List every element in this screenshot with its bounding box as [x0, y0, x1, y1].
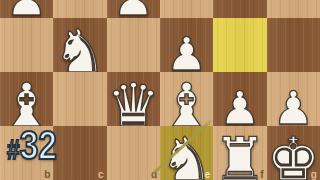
- square-f1[interactable]: ♜f: [213, 126, 266, 180]
- wood-grain-texture: [53, 0, 106, 18]
- square-b2[interactable]: ♝: [0, 72, 53, 126]
- square-c1[interactable]: c: [53, 126, 106, 180]
- file-label-f: f: [260, 169, 263, 180]
- white-rook[interactable]: ♜: [213, 129, 266, 180]
- square-d2[interactable]: ♛: [107, 72, 160, 126]
- square-e3[interactable]: ♟: [160, 18, 213, 72]
- wood-grain-texture: [213, 18, 266, 72]
- square-c2[interactable]: [53, 72, 106, 126]
- white-pawn[interactable]: ♟: [273, 85, 314, 126]
- wood-grain-texture: [267, 18, 320, 72]
- square-g4[interactable]: [267, 0, 320, 18]
- chess-thumbnail: ♟♟♞♟♝♛♝♟♟bcd♞e♜f♚g #32: [0, 0, 320, 180]
- square-c3[interactable]: ♞: [53, 18, 106, 72]
- white-pawn[interactable]: ♟: [219, 85, 260, 126]
- white-knight[interactable]: ♞: [53, 21, 106, 72]
- white-pawn-partial[interactable]: ♟: [6, 0, 47, 18]
- square-g1[interactable]: ♚g: [267, 126, 320, 180]
- square-g3[interactable]: [267, 18, 320, 72]
- wood-grain-texture: [53, 72, 106, 126]
- wood-grain-texture: [0, 18, 53, 72]
- white-bishop[interactable]: ♝: [0, 75, 53, 126]
- square-e4[interactable]: [160, 0, 213, 18]
- square-e1[interactable]: ♞e: [160, 126, 213, 180]
- square-f2[interactable]: ♟: [213, 72, 266, 126]
- white-queen[interactable]: ♛: [107, 75, 160, 126]
- puzzle-number-overlay: #32: [7, 123, 57, 168]
- square-b3[interactable]: [0, 18, 53, 72]
- file-label-e: e: [205, 169, 211, 180]
- white-pawn-partial[interactable]: ♟: [113, 0, 154, 18]
- wood-grain-texture: [107, 18, 160, 72]
- square-c4[interactable]: [53, 0, 106, 18]
- wood-grain-texture: [267, 0, 320, 18]
- wood-grain-texture: [160, 0, 213, 18]
- square-f4[interactable]: [213, 0, 266, 18]
- white-bishop[interactable]: ♝: [160, 75, 213, 126]
- square-f3[interactable]: [213, 18, 266, 72]
- square-d4[interactable]: ♟: [107, 0, 160, 18]
- wood-grain-texture: [213, 0, 266, 18]
- file-label-b: b: [44, 169, 50, 180]
- square-e2[interactable]: ♝: [160, 72, 213, 126]
- square-b4[interactable]: ♟: [0, 0, 53, 18]
- square-g2[interactable]: ♟: [267, 72, 320, 126]
- white-pawn[interactable]: ♟: [166, 31, 207, 72]
- file-label-g: g: [311, 169, 317, 180]
- file-label-c: c: [98, 169, 104, 180]
- square-d3[interactable]: [107, 18, 160, 72]
- puzzle-number-hash: #: [7, 135, 20, 165]
- puzzle-number-value: 32: [20, 123, 57, 167]
